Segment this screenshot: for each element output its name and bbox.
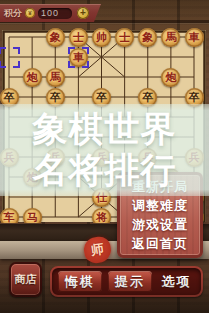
article-title-overlay: 象棋世界 名将排行 (0, 108, 209, 190)
piece-馬[interactable]: 馬 (161, 28, 180, 47)
hint-button[interactable]: 提示 (108, 271, 152, 292)
last-move-marker (68, 47, 89, 68)
menu-item-4[interactable]: 返回首页 (120, 235, 200, 253)
piece-炮[interactable]: 炮 (161, 68, 180, 87)
score-value: 100 (38, 8, 72, 19)
menu-item-3[interactable]: 游戏设置 (120, 216, 200, 234)
xiangqi-app-screen: 象士帅士象馬車車炮馬炮卒卒卒卒卒兵兵兵兵兵炮炮仕车马将 象棋世界 名将排行 积分… (0, 0, 209, 313)
piece-车[interactable]: 车 (0, 208, 19, 224)
piece-車[interactable]: 車 (185, 28, 204, 47)
coin-icon: ¥ (25, 8, 35, 18)
title-line-1: 象棋世界 (0, 108, 209, 149)
shop-button[interactable]: 商店 (9, 262, 42, 297)
piece-卒[interactable]: 卒 (0, 88, 19, 107)
piece-象[interactable]: 象 (46, 28, 65, 47)
piece-馬[interactable]: 馬 (46, 68, 65, 87)
piece-帅[interactable]: 帅 (92, 28, 111, 47)
piece-将[interactable]: 将 (92, 208, 111, 224)
title-line-2: 名将排行 (0, 149, 209, 190)
piece-卒[interactable]: 卒 (92, 88, 111, 107)
piece-卒[interactable]: 卒 (46, 88, 65, 107)
add-points-button[interactable]: + (77, 7, 89, 19)
menu-item-2[interactable]: 调整难度 (120, 197, 200, 215)
bottom-toolbar: 悔棋 提示 选项 (50, 266, 203, 297)
piece-仕[interactable]: 仕 (92, 188, 111, 207)
piece-象[interactable]: 象 (138, 28, 157, 47)
undo-move-button[interactable]: 悔棋 (58, 271, 102, 292)
score-banner: 积分 ¥ 100 + (0, 4, 101, 22)
piece-马[interactable]: 马 (23, 208, 42, 224)
last-move-marker (0, 47, 20, 68)
piece-卒[interactable]: 卒 (185, 88, 204, 107)
red-seal-stamp: 师 (82, 235, 112, 265)
piece-卒[interactable]: 卒 (138, 88, 157, 107)
score-label: 积分 (4, 7, 22, 20)
piece-炮[interactable]: 炮 (23, 68, 42, 87)
options-button[interactable]: 选项 (158, 273, 195, 291)
piece-士[interactable]: 士 (115, 28, 134, 47)
piece-士[interactable]: 士 (69, 28, 88, 47)
